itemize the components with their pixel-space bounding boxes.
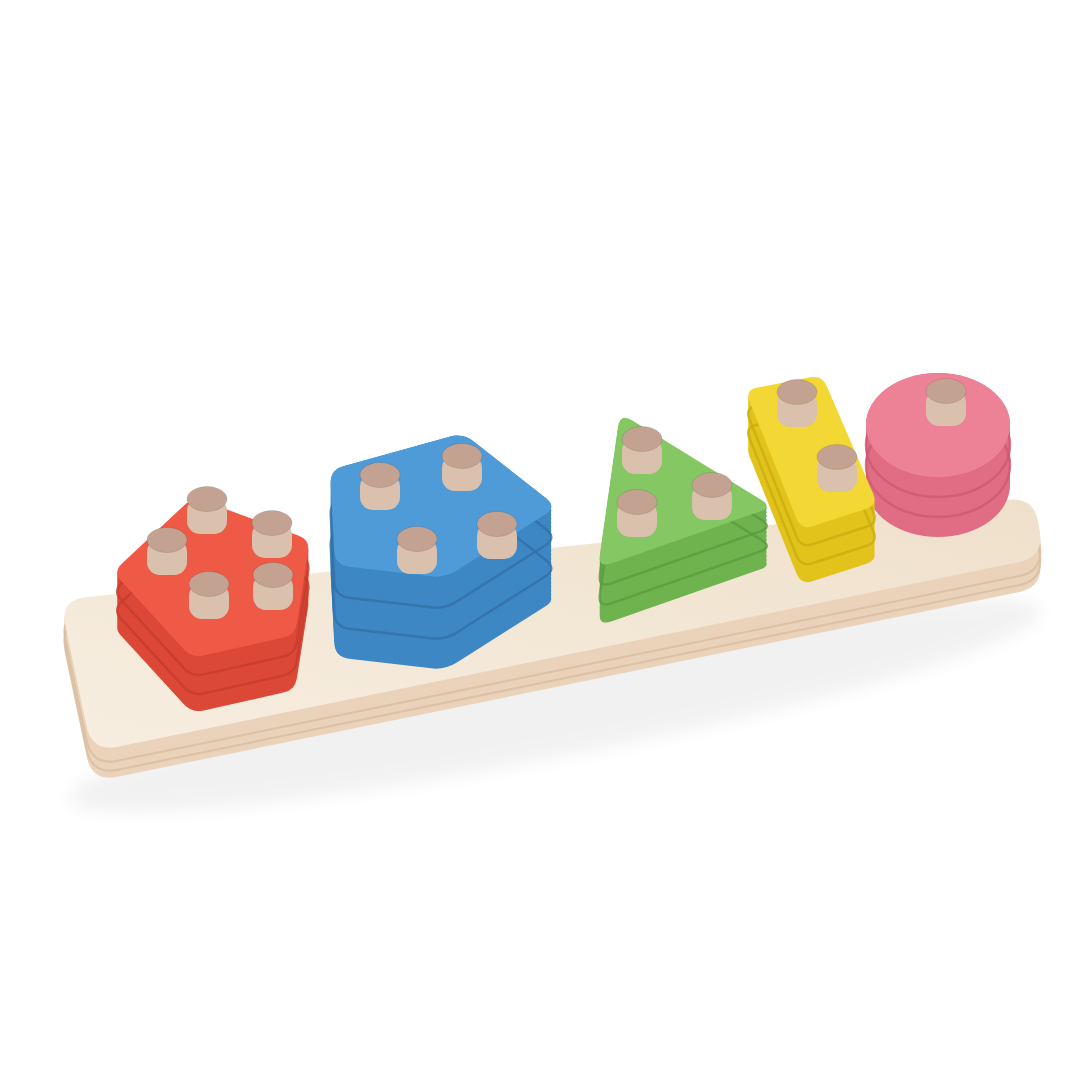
- wood-peg: [360, 463, 400, 511]
- wood-peg: [147, 528, 187, 576]
- wood-peg: [477, 512, 517, 560]
- wood-peg: [189, 572, 229, 620]
- wood-peg: [692, 473, 732, 521]
- wood-peg: [817, 445, 857, 493]
- wood-peg: [777, 380, 817, 428]
- wood-peg: [253, 563, 293, 611]
- wood-peg: [926, 379, 966, 427]
- wood-peg: [622, 427, 662, 475]
- toy-scene: [0, 0, 1080, 1080]
- wood-peg: [187, 487, 227, 535]
- stack-circle-pink: [866, 373, 1010, 537]
- wood-peg: [252, 511, 292, 559]
- wood-peg: [397, 527, 437, 575]
- wood-peg: [617, 490, 657, 538]
- product-photo-shape-stacker: [0, 0, 1080, 1080]
- wood-peg: [442, 444, 482, 492]
